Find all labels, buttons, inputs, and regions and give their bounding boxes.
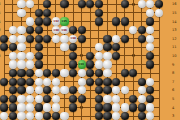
black-stone [69,26,77,34]
intersection-17-5[interactable] [138,95,147,104]
intersection-15-9[interactable] [120,60,129,69]
intersection-3-9[interactable] [17,60,26,69]
intersection-12-16[interactable] [95,0,104,9]
intersection-11-6[interactable] [86,86,95,95]
intersection-3-7[interactable] [17,77,26,86]
intersection-17-11[interactable] [138,43,147,52]
intersection-16-16[interactable] [129,0,138,9]
intersection-10-16[interactable] [77,0,86,9]
intersection-10-13[interactable] [77,26,86,35]
intersection-10-10[interactable] [77,52,86,61]
intersection-15-7[interactable] [120,77,129,86]
intersection-9-13[interactable] [69,26,78,35]
intersection-12-10[interactable] [95,52,104,61]
intersection-7-7[interactable] [52,77,61,86]
black-stone [35,26,43,34]
intersection-5-7[interactable] [34,77,43,86]
intersection-5-8[interactable] [34,69,43,78]
intersection-18-14[interactable] [146,17,155,26]
intersection-2-13[interactable] [9,26,18,35]
intersection-15-13[interactable] [120,26,129,35]
intersection-15-6[interactable] [120,86,129,95]
intersection-18-4[interactable] [146,103,155,112]
intersection-7-3[interactable] [52,112,61,120]
intersection-6-11[interactable] [43,43,52,52]
intersection-6-13[interactable] [43,26,52,35]
intersection-13-11[interactable] [103,43,112,52]
intersection-3-5[interactable] [17,95,26,104]
black-stone [95,17,103,25]
intersection-12-3[interactable] [95,112,104,120]
intersection-10-12[interactable] [77,34,86,43]
intersection-10-8[interactable] [77,69,86,78]
intersection-7-15[interactable] [52,9,61,18]
intersection-6-7[interactable] [43,77,52,86]
intersection-6-14[interactable] [43,17,52,26]
intersection-12-15[interactable] [95,9,104,18]
intersection-6-12[interactable] [43,34,52,43]
intersection-5-3[interactable] [34,112,43,120]
intersection-9-11[interactable] [69,43,78,52]
row-label-11: 11 [0,45,8,49]
black-stone [112,17,120,25]
black-stone [78,35,86,43]
intersection-19-11[interactable] [155,43,164,52]
white-stone [112,112,120,120]
intersection-4-5[interactable] [26,95,35,104]
intersection-13-10[interactable] [103,52,112,61]
intersection-17-9[interactable] [138,60,147,69]
intersection-11-16[interactable] [86,0,95,9]
intersection-18-3[interactable] [146,112,155,120]
intersection-13-7[interactable] [103,77,112,86]
intersection-2-6[interactable] [9,86,18,95]
intersection-5-12[interactable] [34,34,43,43]
intersection-10-9[interactable]: 199 [77,60,86,69]
intersection-7-16[interactable] [52,0,61,9]
intersection-11-13[interactable] [86,26,95,35]
black-stone [60,0,68,8]
white-stone [112,35,120,43]
intersection-17-7[interactable] [138,77,147,86]
intersection-5-10[interactable] [34,52,43,61]
intersection-17-8[interactable] [138,69,147,78]
intersection-4-11[interactable] [26,43,35,52]
intersection-13-15[interactable] [103,9,112,18]
black-stone [9,43,17,51]
intersection-5-13[interactable] [34,26,43,35]
black-stone [138,26,146,34]
intersection-6-16[interactable] [43,0,52,9]
intersection-10-14[interactable] [77,17,86,26]
intersection-15-12[interactable] [120,34,129,43]
intersection-18-11[interactable] [146,43,155,52]
intersection-2-9[interactable] [9,60,18,69]
intersection-13-9[interactable] [103,60,112,69]
intersection-19-4[interactable] [155,103,164,112]
intersection-6-3[interactable] [43,112,52,120]
intersection-10-3[interactable] [77,112,86,120]
intersection-14-7[interactable] [112,77,121,86]
intersection-2-5[interactable] [9,95,18,104]
intersection-19-5[interactable] [155,95,164,104]
intersection-8-6[interactable] [60,86,69,95]
intersection-13-3[interactable] [103,112,112,120]
intersection-2-12[interactable] [9,34,18,43]
intersection-15-4[interactable] [120,103,129,112]
intersection-4-10[interactable] [26,52,35,61]
intersection-14-14[interactable] [112,17,121,26]
intersection-4-16[interactable] [26,0,35,9]
intersection-7-4[interactable] [52,103,61,112]
intersection-2-3[interactable] [9,112,18,120]
white-stone [146,43,154,51]
intersection-13-12[interactable] [103,34,112,43]
intersection-14-9[interactable] [112,60,121,69]
intersection-10-11[interactable] [77,43,86,52]
intersection-19-8[interactable] [155,69,164,78]
black-stone [86,52,94,60]
black-stone [26,78,34,86]
black-stone [146,86,154,94]
intersection-13-8[interactable] [103,69,112,78]
intersection-14-10[interactable] [112,52,121,61]
intersection-14-5[interactable] [112,95,121,104]
intersection-19-10[interactable] [155,52,164,61]
intersection-4-7[interactable] [26,77,35,86]
intersection-3-10[interactable] [17,52,26,61]
intersection-15-14[interactable] [120,17,129,26]
intersection-18-15[interactable] [146,9,155,18]
intersection-14-8[interactable] [112,69,121,78]
intersection-7-12[interactable] [52,34,61,43]
intersection-11-7[interactable] [86,77,95,86]
intersection-6-4[interactable] [43,103,52,112]
white-stone [52,95,60,103]
intersection-6-9[interactable] [43,60,52,69]
intersection-5-6[interactable] [34,86,43,95]
intersection-10-6[interactable] [77,86,86,95]
intersection-7-11[interactable] [52,43,61,52]
intersection-13-6[interactable] [103,86,112,95]
intersection-16-7[interactable] [129,77,138,86]
intersection-2-7[interactable] [9,77,18,86]
white-stone [60,43,68,51]
intersection-15-8[interactable] [120,69,129,78]
move-number: 190 [53,29,59,32]
intersection-12-7[interactable] [95,77,104,86]
intersection-8-13[interactable]: 196 [60,26,69,35]
intersection-13-5[interactable] [103,95,112,104]
intersection-7-5[interactable] [52,95,61,104]
intersection-15-16[interactable] [120,0,129,9]
intersection-4-9[interactable] [26,60,35,69]
intersection-9-6[interactable] [69,86,78,95]
intersection-2-8[interactable] [9,69,18,78]
intersection-15-11[interactable] [120,43,129,52]
black-stone [129,95,137,103]
intersection-14-13[interactable] [112,26,121,35]
intersection-16-3[interactable] [129,112,138,120]
intersection-8-5[interactable] [60,95,69,104]
intersection-16-15[interactable] [129,9,138,18]
intersection-15-15[interactable] [120,9,129,18]
intersection-4-14[interactable] [26,17,35,26]
intersection-5-16[interactable] [34,0,43,9]
intersection-14-15[interactable] [112,9,121,18]
intersection-17-14[interactable] [138,17,147,26]
white-stone [146,103,154,111]
intersection-6-10[interactable] [43,52,52,61]
intersection-3-16[interactable] [17,0,26,9]
intersection-11-4[interactable] [86,103,95,112]
intersection-7-10[interactable] [52,52,61,61]
intersection-17-10[interactable] [138,52,147,61]
intersection-4-12[interactable] [26,34,35,43]
intersection-3-6[interactable] [17,86,26,95]
intersection-19-14[interactable] [155,17,164,26]
intersection-16-5[interactable] [129,95,138,104]
black-stone [103,78,111,86]
intersection-18-6[interactable] [146,86,155,95]
intersection-12-13[interactable] [95,26,104,35]
intersection-3-8[interactable] [17,69,26,78]
intersection-8-11[interactable] [60,43,69,52]
black-stone [9,69,17,77]
intersection-12-8[interactable] [95,69,104,78]
intersection-17-6[interactable] [138,86,147,95]
intersection-7-14[interactable]: 192 [52,17,61,26]
intersection-11-12[interactable] [86,34,95,43]
intersection-3-13[interactable] [17,26,26,35]
intersection-3-15[interactable] [17,9,26,18]
intersection-3-14[interactable] [17,17,26,26]
intersection-5-5[interactable] [34,95,43,104]
black-stone [112,52,120,60]
intersection-2-16[interactable] [9,0,18,9]
intersection-4-6[interactable] [26,86,35,95]
intersection-8-14[interactable]: 195 [60,17,69,26]
intersection-18-7[interactable] [146,77,155,86]
intersection-6-8[interactable] [43,69,52,78]
intersection-15-5[interactable] [120,95,129,104]
intersection-12-6[interactable] [95,86,104,95]
intersection-17-13[interactable] [138,26,147,35]
black-stone [146,52,154,60]
intersection-8-3[interactable] [60,112,69,120]
intersection-2-15[interactable] [9,9,18,18]
intersection-7-8[interactable] [52,69,61,78]
intersection-7-6[interactable] [52,86,61,95]
intersection-17-16[interactable] [138,0,147,9]
intersection-16-8[interactable] [129,69,138,78]
intersection-11-11[interactable] [86,43,95,52]
intersection-17-4[interactable] [138,103,147,112]
intersection-19-13[interactable] [155,26,164,35]
black-stone [69,103,77,111]
black-stone [35,35,43,43]
intersection-12-12[interactable] [95,34,104,43]
black-stone [35,60,43,68]
intersection-15-3[interactable] [120,112,129,120]
intersection-9-16[interactable] [69,0,78,9]
intersection-11-14[interactable] [86,17,95,26]
intersection-18-13[interactable] [146,26,155,35]
intersection-11-9[interactable] [86,60,95,69]
white-stone [43,103,51,111]
row-label-16: 16 [0,2,8,6]
intersection-2-14[interactable] [9,17,18,26]
intersection-8-12[interactable] [60,34,69,43]
intersection-14-4[interactable] [112,103,121,112]
intersection-12-4[interactable] [95,103,104,112]
intersection-3-3[interactable] [17,112,26,120]
intersection-6-6[interactable] [43,86,52,95]
intersection-11-5[interactable] [86,95,95,104]
intersection-19-12[interactable] [155,34,164,43]
intersection-3-4[interactable] [17,103,26,112]
intersection-10-4[interactable] [77,103,86,112]
intersection-8-15[interactable] [60,9,69,18]
intersection-8-10[interactable] [60,52,69,61]
intersection-9-14[interactable] [69,17,78,26]
intersection-8-7[interactable] [60,77,69,86]
intersection-18-12[interactable] [146,34,155,43]
intersection-10-15[interactable] [77,9,86,18]
black-stone [95,9,103,17]
intersection-4-15[interactable] [26,9,35,18]
intersection-9-5[interactable] [69,95,78,104]
white-stone [17,112,25,120]
intersection-9-3[interactable] [69,112,78,120]
intersection-13-4[interactable] [103,103,112,112]
intersection-8-8[interactable] [60,69,69,78]
intersection-8-16[interactable] [60,0,69,9]
intersection-14-12[interactable] [112,34,121,43]
black-stone [43,9,51,17]
row-labels-right: 161514131211109876543 [169,0,180,120]
intersection-5-11[interactable] [34,43,43,52]
black-stone [146,60,154,68]
intersection-13-14[interactable] [103,17,112,26]
intersection-15-10[interactable] [120,52,129,61]
intersection-9-4[interactable] [69,103,78,112]
intersection-4-4[interactable] [26,103,35,112]
intersection-4-8[interactable] [26,69,35,78]
black-stone [103,103,111,111]
row-label-12: 12 [0,37,8,41]
intersection-17-12[interactable] [138,34,147,43]
intersection-13-13[interactable] [103,26,112,35]
intersection-9-15[interactable] [69,9,78,18]
intersection-16-9[interactable] [129,60,138,69]
intersection-2-10[interactable] [9,52,18,61]
black-stone [35,9,43,17]
intersection-9-12[interactable]: 198 [69,34,78,43]
intersection-18-9[interactable] [146,60,155,69]
go-board-grid: 192195190196198199 [0,0,163,120]
intersection-4-3[interactable] [26,112,35,120]
intersection-3-12[interactable] [17,34,26,43]
intersection-18-10[interactable] [146,52,155,61]
intersection-14-6[interactable] [112,86,121,95]
intersection-5-14[interactable] [34,17,43,26]
intersection-12-11[interactable] [95,43,104,52]
intersection-11-8[interactable] [86,69,95,78]
intersection-16-12[interactable] [129,34,138,43]
intersection-8-4[interactable] [60,103,69,112]
intersection-9-7[interactable] [69,77,78,86]
intersection-17-15[interactable] [138,9,147,18]
intersection-10-5[interactable] [77,95,86,104]
black-stone [95,78,103,86]
row-label-7: 7 [169,80,180,84]
move-number: 195 [62,20,68,23]
intersection-14-11[interactable] [112,43,121,52]
intersection-19-15[interactable] [155,9,164,18]
intersection-16-6[interactable] [129,86,138,95]
intersection-17-3[interactable] [138,112,147,120]
intersection-14-3[interactable] [112,112,121,120]
intersection-16-4[interactable] [129,103,138,112]
row-label-4: 4 [0,106,8,110]
black-stone [86,69,94,77]
intersection-5-15[interactable] [34,9,43,18]
intersection-7-13[interactable]: 190 [52,26,61,35]
intersection-12-9[interactable] [95,60,104,69]
intersection-2-4[interactable] [9,103,18,112]
intersection-16-11[interactable] [129,43,138,52]
intersection-19-9[interactable] [155,60,164,69]
white-stone [35,95,43,103]
intersection-16-14[interactable] [129,17,138,26]
highlighted-stone: 199 [78,60,86,68]
intersection-6-5[interactable] [43,95,52,104]
intersection-11-15[interactable] [86,9,95,18]
white-stone [103,69,111,77]
intersection-16-10[interactable] [129,52,138,61]
intersection-10-7[interactable] [77,77,86,86]
intersection-4-13[interactable] [26,26,35,35]
intersection-9-8[interactable] [69,69,78,78]
intersection-12-5[interactable] [95,95,104,104]
intersection-8-9[interactable] [60,60,69,69]
intersection-5-4[interactable] [34,103,43,112]
white-stone [103,52,111,60]
black-stone [69,60,77,68]
intersection-5-9[interactable] [34,60,43,69]
intersection-12-14[interactable] [95,17,104,26]
intersection-11-10[interactable] [86,52,95,61]
intersection-9-9[interactable] [69,60,78,69]
intersection-14-16[interactable] [112,0,121,9]
intersection-13-16[interactable] [103,0,112,9]
intersection-3-11[interactable] [17,43,26,52]
intersection-7-9[interactable] [52,60,61,69]
intersection-18-8[interactable] [146,69,155,78]
intersection-19-6[interactable] [155,86,164,95]
intersection-18-16[interactable] [146,0,155,9]
intersection-19-16[interactable] [155,0,164,9]
intersection-18-5[interactable] [146,95,155,104]
intersection-16-13[interactable] [129,26,138,35]
intersection-11-3[interactable] [86,112,95,120]
intersection-19-7[interactable] [155,77,164,86]
intersection-19-3[interactable] [155,112,164,120]
intersection-6-15[interactable] [43,9,52,18]
intersection-2-11[interactable] [9,43,18,52]
intersection-9-10[interactable] [69,52,78,61]
